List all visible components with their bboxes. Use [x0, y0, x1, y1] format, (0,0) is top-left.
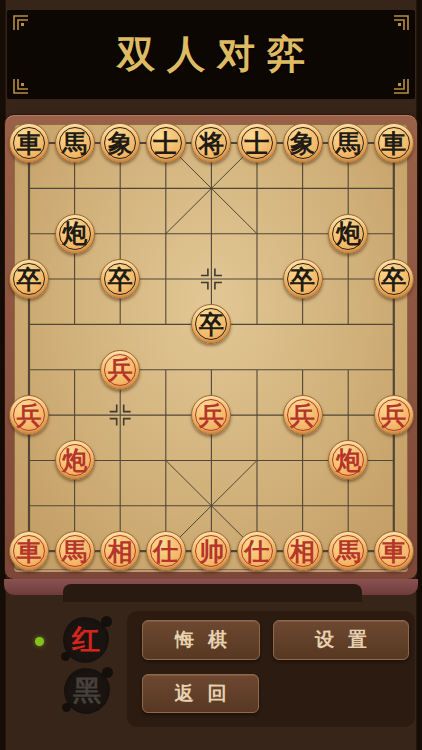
piece-ring	[241, 127, 273, 159]
piece-ring	[332, 218, 364, 250]
xiangqi-piece-black[interactable]: 士	[237, 123, 277, 163]
xiangqi-piece-black[interactable]: 士	[146, 123, 186, 163]
xiangqi-piece-red[interactable]: 車	[374, 531, 414, 571]
page-title: 双人对弈	[105, 29, 317, 80]
piece-ring	[59, 444, 91, 476]
piece-ring	[104, 263, 136, 295]
piece-ring	[378, 263, 410, 295]
xiangqi-piece-red[interactable]: 兵	[191, 395, 231, 435]
xiangqi-piece-black[interactable]: 炮	[328, 214, 368, 254]
black-player-label: 黑	[73, 672, 101, 710]
piece-ring	[378, 127, 410, 159]
turn-indicator-dot	[35, 637, 44, 646]
xiangqi-piece-red[interactable]: 馬	[55, 531, 95, 571]
xiangqi-piece-black[interactable]: 馬	[328, 123, 368, 163]
xiangqi-piece-red[interactable]: 兵	[283, 395, 323, 435]
red-player-label: 红	[72, 621, 100, 659]
piece-ring	[287, 263, 319, 295]
board-stand-cutout	[63, 584, 362, 602]
pieces-layer: 車馬象士将士象馬車炮炮卒卒卒卒卒兵兵兵兵兵炮炮車馬相仕帅仕相馬車	[5, 115, 417, 579]
piece-ring	[59, 127, 91, 159]
piece-ring	[332, 127, 364, 159]
piece-ring	[13, 399, 45, 431]
piece-ring	[13, 535, 45, 567]
xiangqi-piece-red[interactable]: 相	[100, 531, 140, 571]
piece-ring	[59, 535, 91, 567]
piece-ring	[104, 127, 136, 159]
xiangqi-piece-red[interactable]: 兵	[374, 395, 414, 435]
ink-splash-dot	[102, 667, 113, 678]
xiangqi-piece-red[interactable]: 炮	[328, 440, 368, 480]
red-player-badge: 红	[63, 617, 109, 663]
xiangqi-piece-black[interactable]: 卒	[191, 304, 231, 344]
xiangqi-piece-black[interactable]: 卒	[100, 259, 140, 299]
xiangqi-piece-red[interactable]: 車	[9, 531, 49, 571]
black-player-badge: 黑	[64, 668, 110, 714]
ink-splash-dot	[101, 616, 112, 627]
piece-ring	[150, 127, 182, 159]
undo-move-button[interactable]: 悔棋	[142, 620, 260, 660]
xiangqi-piece-black[interactable]: 炮	[55, 214, 95, 254]
piece-ring	[150, 535, 182, 567]
corner-ornament-icon	[393, 15, 409, 31]
xiangqi-piece-red[interactable]: 馬	[328, 531, 368, 571]
piece-ring	[287, 399, 319, 431]
piece-ring	[13, 263, 45, 295]
xiangqi-piece-red[interactable]: 仕	[146, 531, 186, 571]
xiangqi-piece-red[interactable]: 仕	[237, 531, 277, 571]
xiangqi-piece-black[interactable]: 卒	[9, 259, 49, 299]
xiangqi-piece-red[interactable]: 帅	[191, 531, 231, 571]
xiangqi-piece-black[interactable]: 車	[9, 123, 49, 163]
piece-ring	[287, 535, 319, 567]
corner-ornament-icon	[393, 78, 409, 94]
xiangqi-piece-black[interactable]: 車	[374, 123, 414, 163]
xiangqi-board[interactable]: 車馬象士将士象馬車炮炮卒卒卒卒卒兵兵兵兵兵炮炮車馬相仕帅仕相馬車	[4, 114, 418, 580]
piece-ring	[378, 399, 410, 431]
xiangqi-piece-red[interactable]: 炮	[55, 440, 95, 480]
xiangqi-piece-black[interactable]: 卒	[283, 259, 323, 299]
piece-ring	[13, 127, 45, 159]
piece-ring	[241, 535, 273, 567]
xiangqi-piece-black[interactable]: 将	[191, 123, 231, 163]
corner-ornament-icon	[13, 15, 29, 31]
xiangqi-piece-black[interactable]: 象	[100, 123, 140, 163]
piece-ring	[59, 218, 91, 250]
xiangqi-piece-black[interactable]: 象	[283, 123, 323, 163]
xiangqi-piece-black[interactable]: 卒	[374, 259, 414, 299]
xiangqi-piece-red[interactable]: 兵	[100, 350, 140, 390]
game-screen: 双人对弈 車馬象士将士象馬車炮炮卒卒卒卒卒兵兵兵兵兵炮炮車馬相仕帅仕相馬車 红 …	[0, 0, 422, 750]
corner-ornament-icon	[13, 78, 29, 94]
settings-button[interactable]: 设置	[273, 620, 409, 660]
controls-panel: 悔棋 设置 返回	[127, 611, 415, 727]
piece-ring	[287, 127, 319, 159]
back-button[interactable]: 返回	[142, 674, 259, 713]
ink-splash-dot	[61, 652, 70, 661]
ink-splash-dot	[62, 703, 71, 712]
piece-ring	[378, 535, 410, 567]
xiangqi-piece-red[interactable]: 相	[283, 531, 323, 571]
xiangqi-piece-red[interactable]: 兵	[9, 395, 49, 435]
xiangqi-piece-black[interactable]: 馬	[55, 123, 95, 163]
piece-ring	[104, 354, 136, 386]
title-bar: 双人对弈	[7, 10, 415, 99]
